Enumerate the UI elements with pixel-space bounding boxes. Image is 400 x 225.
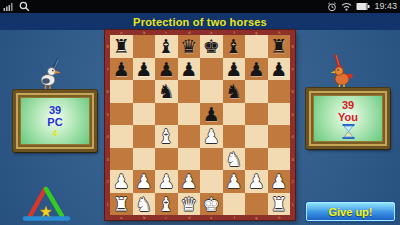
coord-label: 4 [106, 127, 110, 145]
wifi-icon [341, 2, 352, 11]
white-king: ♚ [203, 193, 220, 216]
square-d6[interactable] [178, 80, 201, 103]
square-f5[interactable] [223, 103, 246, 126]
square-g1[interactable] [245, 193, 268, 216]
pc-panel-frame: 39 PC 4 [13, 90, 97, 152]
white-knight: ♞ [135, 193, 152, 216]
rank-labels-left: 87654321 [105, 35, 110, 215]
square-h6[interactable] [268, 80, 291, 103]
file-labels-bottom: abcdefgh [110, 215, 290, 220]
square-c5[interactable] [155, 103, 178, 126]
pc-avatar-duck-with-sword-icon [36, 57, 66, 90]
coord-label: g [247, 31, 265, 35]
square-h1[interactable]: ♜ [268, 193, 291, 216]
square-b3[interactable] [133, 148, 156, 171]
you-label: You [338, 111, 358, 123]
coord-label: c [157, 31, 175, 35]
square-c7[interactable]: ♟ [155, 58, 178, 81]
square-h2[interactable]: ♟ [268, 170, 291, 193]
square-d4[interactable] [178, 125, 201, 148]
coord-label: a [112, 31, 130, 35]
square-e4[interactable]: ♟ [200, 125, 223, 148]
black-rook: ♜ [113, 35, 130, 58]
clock-time: 19:43 [374, 0, 397, 13]
square-a2[interactable]: ♟ [110, 170, 133, 193]
board-squares: ♜♝♛♚♝♜♟♟♟♟♟♟♟♞♞♟♝♟♞♟♟♟♟♟♟♟♜♞♝♛♚♜ [110, 35, 290, 215]
square-c4[interactable]: ♝ [155, 125, 178, 148]
coord-label: b [135, 31, 153, 35]
black-pawn: ♟ [270, 58, 287, 81]
square-a3[interactable] [110, 148, 133, 171]
battery-icon [356, 2, 370, 11]
white-pawn: ♟ [135, 170, 152, 193]
coord-label: 7 [291, 60, 295, 78]
black-pawn: ♟ [135, 58, 152, 81]
white-pawn: ♟ [180, 170, 197, 193]
white-pawn: ♟ [248, 170, 265, 193]
square-d1[interactable]: ♛ [178, 193, 201, 216]
coord-label: f [225, 216, 243, 220]
square-d2[interactable]: ♟ [178, 170, 201, 193]
black-knight: ♞ [225, 80, 242, 103]
square-b6[interactable] [133, 80, 156, 103]
white-bishop: ♝ [158, 125, 175, 148]
title-strip: Protection of two horses [0, 13, 400, 30]
hourglass-icon [342, 124, 355, 139]
coord-label: h [270, 216, 288, 220]
square-d3[interactable] [178, 148, 201, 171]
coord-label: 8 [106, 37, 110, 55]
square-a5[interactable] [110, 103, 133, 126]
square-d7[interactable]: ♟ [178, 58, 201, 81]
white-pawn: ♟ [270, 170, 287, 193]
you-score: 39 [342, 99, 354, 111]
pc-score: 39 [49, 104, 61, 116]
black-bishop: ♝ [158, 35, 175, 58]
square-a7[interactable]: ♟ [110, 58, 133, 81]
black-pawn: ♟ [113, 58, 130, 81]
give-up-button[interactable]: Give up! [306, 202, 395, 221]
square-c2[interactable]: ♟ [155, 170, 178, 193]
coord-label: g [247, 216, 265, 220]
square-e6[interactable] [200, 80, 223, 103]
coord-label: d [180, 31, 198, 35]
file-labels-top: abcdefgh [110, 30, 290, 35]
coord-label: 4 [291, 127, 295, 145]
coord-label: d [180, 216, 198, 220]
square-a6[interactable] [110, 80, 133, 103]
coord-label: 6 [106, 82, 110, 100]
coord-label: h [270, 31, 288, 35]
square-b4[interactable] [133, 125, 156, 148]
square-c8[interactable]: ♝ [155, 35, 178, 58]
coord-label: 5 [106, 105, 110, 123]
pc-label: PC [47, 116, 62, 128]
black-queen: ♛ [180, 35, 197, 58]
coord-label: c [157, 216, 175, 220]
coord-label: e [202, 31, 220, 35]
square-b8[interactable] [133, 35, 156, 58]
coord-label: 1 [291, 195, 295, 213]
square-g2[interactable]: ♟ [245, 170, 268, 193]
white-pawn: ♟ [113, 170, 130, 193]
coord-label: f [225, 31, 243, 35]
square-h4[interactable] [268, 125, 291, 148]
black-pawn: ♟ [248, 58, 265, 81]
give-up-label: Give up! [328, 206, 372, 218]
you-avatar-rooster-with-sword-icon [326, 54, 356, 89]
coord-label: 1 [106, 195, 110, 213]
coord-label: 2 [291, 172, 295, 190]
square-f7[interactable]: ♟ [223, 58, 246, 81]
square-b2[interactable]: ♟ [133, 170, 156, 193]
square-f8[interactable]: ♝ [223, 35, 246, 58]
white-bishop: ♝ [158, 193, 175, 216]
coord-label: b [135, 216, 153, 220]
square-g5[interactable] [245, 103, 268, 126]
alarm-clock-icon [327, 2, 337, 12]
square-e5[interactable]: ♟ [200, 103, 223, 126]
square-g3[interactable] [245, 148, 268, 171]
square-b1[interactable]: ♞ [133, 193, 156, 216]
status-bar: 19:43 [0, 0, 400, 13]
black-knight: ♞ [158, 80, 175, 103]
square-e1[interactable]: ♚ [200, 193, 223, 216]
square-h7[interactable]: ♟ [268, 58, 291, 81]
coord-label: 5 [291, 105, 295, 123]
square-f1[interactable] [223, 193, 246, 216]
square-f4[interactable] [223, 125, 246, 148]
square-e2[interactable] [200, 170, 223, 193]
black-pawn: ♟ [225, 58, 242, 81]
square-c1[interactable]: ♝ [155, 193, 178, 216]
square-h5[interactable] [268, 103, 291, 126]
coord-label: 6 [291, 82, 295, 100]
black-pawn: ♟ [158, 58, 175, 81]
square-a1[interactable]: ♜ [110, 193, 133, 216]
pc-panel-screen: 39 PC 4 [21, 98, 89, 144]
search-icon[interactable] [19, 1, 30, 12]
square-a4[interactable] [110, 125, 133, 148]
page-title: Protection of two horses [133, 16, 267, 28]
black-bishop: ♝ [225, 35, 242, 58]
square-e8[interactable]: ♚ [200, 35, 223, 58]
you-panel-screen: 39 You [314, 96, 382, 141]
square-g4[interactable] [245, 125, 268, 148]
square-e3[interactable] [200, 148, 223, 171]
white-rook: ♜ [270, 193, 287, 216]
square-f2[interactable]: ♟ [223, 170, 246, 193]
you-panel-frame: 39 You [306, 88, 390, 149]
square-h3[interactable] [268, 148, 291, 171]
triangle-pencils-star-logo-icon [16, 183, 78, 223]
coord-label: a [112, 216, 130, 220]
square-h8[interactable]: ♜ [268, 35, 291, 58]
app-screen: 19:43 Protection of two horses ♜♝♛♚♝♜♟♟♟… [0, 0, 400, 225]
square-a8[interactable]: ♜ [110, 35, 133, 58]
coord-label: e [202, 216, 220, 220]
square-b5[interactable] [133, 103, 156, 126]
square-g7[interactable]: ♟ [245, 58, 268, 81]
square-f6[interactable]: ♞ [223, 80, 246, 103]
square-e7[interactable] [200, 58, 223, 81]
white-pawn: ♟ [158, 170, 175, 193]
square-c6[interactable]: ♞ [155, 80, 178, 103]
black-rook: ♜ [270, 35, 287, 58]
square-g8[interactable] [245, 35, 268, 58]
chess-board: ♜♝♛♚♝♜♟♟♟♟♟♟♟♞♞♟♝♟♞♟♟♟♟♟♟♟♜♞♝♛♚♜ abcdefg… [105, 30, 295, 220]
square-g6[interactable] [245, 80, 268, 103]
white-rook: ♜ [113, 193, 130, 216]
square-d5[interactable] [178, 103, 201, 126]
square-c3[interactable] [155, 148, 178, 171]
square-d8[interactable]: ♛ [178, 35, 201, 58]
white-pawn: ♟ [203, 125, 220, 148]
rank-labels-right: 87654321 [290, 35, 295, 215]
coord-label: 7 [106, 60, 110, 78]
black-pawn: ♟ [203, 103, 220, 126]
signal-bars-icon [3, 2, 15, 11]
pc-badge: 4 [52, 128, 57, 139]
black-king: ♚ [203, 35, 220, 58]
white-pawn: ♟ [225, 170, 242, 193]
coord-label: 2 [106, 172, 110, 190]
white-queen: ♛ [180, 193, 197, 216]
square-f3[interactable]: ♞ [223, 148, 246, 171]
black-pawn: ♟ [180, 58, 197, 81]
white-knight: ♞ [225, 148, 242, 171]
coord-label: 8 [291, 37, 295, 55]
square-b7[interactable]: ♟ [133, 58, 156, 81]
coord-label: 3 [291, 150, 295, 168]
coord-label: 3 [106, 150, 110, 168]
